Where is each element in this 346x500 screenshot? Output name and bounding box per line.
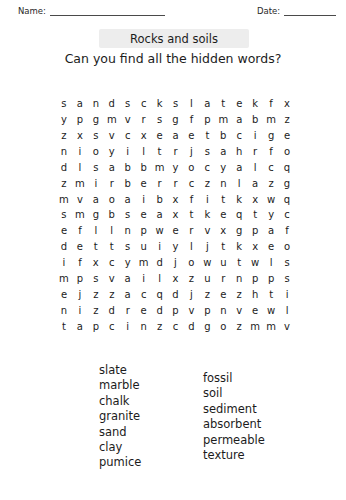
grid-cell-r15c1[interactable]: t: [56, 319, 72, 335]
grid-cell-r7c10[interactable]: i: [199, 192, 215, 208]
grid-cell-r12c9[interactable]: z: [183, 271, 199, 287]
grid-cell-r9c7[interactable]: w: [152, 223, 168, 239]
grid-cell-r11c15[interactable]: s: [279, 255, 295, 271]
grid-cell-r3c3[interactable]: s: [88, 128, 104, 144]
grid-cell-r11c11[interactable]: u: [215, 255, 231, 271]
grid-cell-r12c12[interactable]: n: [231, 271, 247, 287]
grid-cell-r2c12[interactable]: a: [231, 112, 247, 128]
worksheet-page: Name: Date: Rocks and soils Can you find…: [0, 0, 346, 500]
grid-cell-r10c13[interactable]: x: [247, 239, 263, 255]
grid-cell-r5c7[interactable]: m: [152, 160, 168, 176]
grid-cell-r10c10[interactable]: j: [199, 239, 215, 255]
grid-cell-r3c7[interactable]: e: [152, 128, 168, 144]
grid-cell-r13c3[interactable]: z: [88, 287, 104, 303]
grid-cell-r4c13[interactable]: r: [247, 144, 263, 160]
grid-cell-r14c5[interactable]: r: [120, 303, 136, 319]
grid-cell-r9c9[interactable]: r: [183, 223, 199, 239]
grid-cell-r3c11[interactable]: b: [215, 128, 231, 144]
grid-cell-r2c14[interactable]: m: [263, 112, 279, 128]
grid-cell-r3c1[interactable]: z: [56, 128, 72, 144]
grid-cell-r2c11[interactable]: m: [215, 112, 231, 128]
grid-cell-r15c4[interactable]: c: [104, 319, 120, 335]
grid-cell-r1c15[interactable]: x: [279, 96, 295, 112]
grid-cell-r2c4[interactable]: m: [104, 112, 120, 128]
grid-cell-r14c2[interactable]: i: [72, 303, 88, 319]
grid-cell-r9c11[interactable]: x: [215, 223, 231, 239]
grid-cell-r2c5[interactable]: v: [120, 112, 136, 128]
grid-cell-r11c9[interactable]: o: [183, 255, 199, 271]
word-item-clay: clay: [99, 440, 141, 455]
grid-cell-r10c4[interactable]: t: [104, 239, 120, 255]
grid-cell-r14c10[interactable]: p: [199, 303, 215, 319]
grid-cell-r6c6[interactable]: e: [136, 176, 152, 192]
grid-cell-r3c6[interactable]: x: [136, 128, 152, 144]
grid-cell-r14c4[interactable]: d: [104, 303, 120, 319]
grid-cell-r4c10[interactable]: s: [199, 144, 215, 160]
grid-cell-r7c1[interactable]: m: [56, 192, 72, 208]
grid-cell-r6c10[interactable]: z: [199, 176, 215, 192]
word-item-granite: granite: [99, 409, 141, 424]
grid-cell-r1c5[interactable]: s: [120, 96, 136, 112]
grid-cell-r7c5[interactable]: a: [120, 192, 136, 208]
grid-cell-r15c3[interactable]: p: [88, 319, 104, 335]
grid-cell-r15c7[interactable]: z: [152, 319, 168, 335]
word-item-texture: texture: [203, 448, 265, 463]
word-list-left: slatemarblechalkgranitesandclaypumice: [99, 363, 141, 471]
grid-cell-r5c13[interactable]: l: [247, 160, 263, 176]
grid-cell-r7c15[interactable]: q: [279, 192, 295, 208]
grid-cell-r11c4[interactable]: c: [104, 255, 120, 271]
name-label: Name:: [18, 6, 46, 16]
grid-cell-r13c6[interactable]: c: [136, 287, 152, 303]
grid-cell-r2c8[interactable]: g: [168, 112, 184, 128]
grid-cell-r11c8[interactable]: j: [168, 255, 184, 271]
grid-cell-r2c6[interactable]: r: [136, 112, 152, 128]
grid-cell-r2c13[interactable]: b: [247, 112, 263, 128]
grid-cell-r2c1[interactable]: y: [56, 112, 72, 128]
grid-cell-r8c10[interactable]: k: [199, 208, 215, 224]
grid-cell-r9c3[interactable]: l: [88, 223, 104, 239]
grid-cell-r1c9[interactable]: l: [183, 96, 199, 112]
grid-cell-r5c5[interactable]: b: [120, 160, 136, 176]
name-field: Name:: [18, 6, 165, 16]
grid-cell-r12c7[interactable]: l: [152, 271, 168, 287]
grid-cell-r10c12[interactable]: k: [231, 239, 247, 255]
grid-cell-r3c12[interactable]: c: [231, 128, 247, 144]
grid-cell-r1c12[interactable]: e: [231, 96, 247, 112]
grid-cell-r3c10[interactable]: t: [199, 128, 215, 144]
grid-cell-r6c9[interactable]: c: [183, 176, 199, 192]
grid-cell-r9c13[interactable]: p: [247, 223, 263, 239]
grid-cell-r4c5[interactable]: i: [120, 144, 136, 160]
grid-cell-r8c14[interactable]: y: [263, 208, 279, 224]
grid-cell-r12c6[interactable]: i: [136, 271, 152, 287]
grid-cell-r11c2[interactable]: f: [72, 255, 88, 271]
grid-cell-r13c12[interactable]: z: [231, 287, 247, 303]
name-fill-line[interactable]: [50, 7, 165, 16]
grid-cell-r5c4[interactable]: a: [104, 160, 120, 176]
grid-cell-r7c2[interactable]: v: [72, 192, 88, 208]
grid-cell-r13c8[interactable]: d: [168, 287, 184, 303]
grid-cell-r10c14[interactable]: e: [263, 239, 279, 255]
grid-cell-r13c7[interactable]: q: [152, 287, 168, 303]
grid-cell-r1c1[interactable]: s: [56, 96, 72, 112]
grid-cell-r15c10[interactable]: g: [199, 319, 215, 335]
grid-cell-r6c15[interactable]: g: [279, 176, 295, 192]
grid-cell-r14c15[interactable]: l: [279, 303, 295, 319]
grid-cell-r1c4[interactable]: d: [104, 96, 120, 112]
grid-cell-r12c4[interactable]: v: [104, 271, 120, 287]
grid-cell-r8c11[interactable]: e: [215, 208, 231, 224]
grid-cell-r8c1[interactable]: s: [56, 208, 72, 224]
grid-cell-r5c3[interactable]: s: [88, 160, 104, 176]
grid-cell-r2c15[interactable]: z: [279, 112, 295, 128]
grid-cell-r1c11[interactable]: t: [215, 96, 231, 112]
grid-cell-r4c15[interactable]: o: [279, 144, 295, 160]
page-title: Rocks and soils: [130, 32, 218, 46]
grid-cell-r9c6[interactable]: p: [136, 223, 152, 239]
grid-cell-r3c9[interactable]: e: [183, 128, 199, 144]
word-list-right: fossilsoilsedimentabsorbentpermeabletext…: [203, 371, 265, 463]
grid-cell-r4c2[interactable]: i: [72, 144, 88, 160]
grid-cell-r9c4[interactable]: l: [104, 223, 120, 239]
grid-cell-r6c5[interactable]: b: [120, 176, 136, 192]
subtitle: Can you find all the hidden words?: [0, 51, 346, 66]
grid-cell-r5c10[interactable]: c: [199, 160, 215, 176]
grid-cell-r12c14[interactable]: p: [263, 271, 279, 287]
grid-cell-r7c6[interactable]: i: [136, 192, 152, 208]
grid-cell-r6c11[interactable]: n: [215, 176, 231, 192]
grid-cell-r15c12[interactable]: z: [231, 319, 247, 335]
grid-cell-r7c11[interactable]: t: [215, 192, 231, 208]
grid-cell-r10c9[interactable]: l: [183, 239, 199, 255]
grid-cell-r12c1[interactable]: m: [56, 271, 72, 287]
grid-cell-r6c1[interactable]: z: [56, 176, 72, 192]
grid-cell-r8c15[interactable]: c: [279, 208, 295, 224]
grid-cell-r1c10[interactable]: a: [199, 96, 215, 112]
grid-cell-r8c9[interactable]: t: [183, 208, 199, 224]
grid-cell-r13c11[interactable]: e: [215, 287, 231, 303]
grid-cell-r11c10[interactable]: w: [199, 255, 215, 271]
grid-cell-r5c8[interactable]: y: [168, 160, 184, 176]
grid-cell-r5c14[interactable]: c: [263, 160, 279, 176]
grid-cell-r3c13[interactable]: i: [247, 128, 263, 144]
grid-cell-r7c13[interactable]: x: [247, 192, 263, 208]
grid-cell-r14c14[interactable]: w: [263, 303, 279, 319]
grid-cell-r10c1[interactable]: d: [56, 239, 72, 255]
grid-cell-r6c2[interactable]: m: [72, 176, 88, 192]
grid-cell-r10c3[interactable]: t: [88, 239, 104, 255]
grid-cell-r4c9[interactable]: j: [183, 144, 199, 160]
grid-cell-r14c3[interactable]: z: [88, 303, 104, 319]
grid-cell-r1c2[interactable]: a: [72, 96, 88, 112]
grid-cell-r13c5[interactable]: a: [120, 287, 136, 303]
grid-cell-r8c5[interactable]: s: [120, 208, 136, 224]
grid-cell-r10c6[interactable]: u: [136, 239, 152, 255]
grid-cell-r15c11[interactable]: o: [215, 319, 231, 335]
grid-cell-r12c11[interactable]: r: [215, 271, 231, 287]
grid-cell-r15c13[interactable]: m: [247, 319, 263, 335]
word-item-permeable: permeable: [203, 433, 265, 448]
word-search-grid[interactable]: sandsckslatekfxypgmvrsgfpmabmzzxsvcxeaet…: [56, 96, 295, 335]
grid-cell-r14c12[interactable]: v: [231, 303, 247, 319]
grid-cell-r1c7[interactable]: k: [152, 96, 168, 112]
grid-cell-r2c7[interactable]: s: [152, 112, 168, 128]
grid-cell-r10c15[interactable]: o: [279, 239, 295, 255]
grid-cell-r14c8[interactable]: p: [168, 303, 184, 319]
word-item-sand: sand: [99, 425, 141, 440]
grid-cell-r4c7[interactable]: t: [152, 144, 168, 160]
grid-cell-r3c14[interactable]: g: [263, 128, 279, 144]
grid-cell-r5c6[interactable]: b: [136, 160, 152, 176]
grid-cell-r9c1[interactable]: e: [56, 223, 72, 239]
grid-cell-r6c3[interactable]: i: [88, 176, 104, 192]
grid-cell-r9c15[interactable]: f: [279, 223, 295, 239]
grid-cell-r10c8[interactable]: y: [168, 239, 184, 255]
grid-cell-r9c10[interactable]: v: [199, 223, 215, 239]
grid-cell-r15c2[interactable]: a: [72, 319, 88, 335]
grid-cell-r5c9[interactable]: o: [183, 160, 199, 176]
grid-cell-r15c6[interactable]: n: [136, 319, 152, 335]
grid-cell-r6c7[interactable]: r: [152, 176, 168, 192]
grid-cell-r5c1[interactable]: d: [56, 160, 72, 176]
grid-cell-r13c13[interactable]: h: [247, 287, 263, 303]
grid-cell-r2c9[interactable]: f: [183, 112, 199, 128]
grid-cell-r15c5[interactable]: i: [120, 319, 136, 335]
grid-cell-r12c5[interactable]: a: [120, 271, 136, 287]
word-item-marble: marble: [99, 378, 141, 393]
word-item-slate: slate: [99, 363, 141, 378]
grid-cell-r4c1[interactable]: n: [56, 144, 72, 160]
grid-cell-r1c8[interactable]: s: [168, 96, 184, 112]
grid-cell-r7c8[interactable]: x: [168, 192, 184, 208]
grid-cell-r8c2[interactable]: m: [72, 208, 88, 224]
grid-cell-r12c2[interactable]: p: [72, 271, 88, 287]
grid-cell-r8c12[interactable]: q: [231, 208, 247, 224]
grid-cell-r14c6[interactable]: e: [136, 303, 152, 319]
word-item-chalk: chalk: [99, 394, 141, 409]
grid-cell-r13c2[interactable]: j: [72, 287, 88, 303]
grid-cell-r1c3[interactable]: n: [88, 96, 104, 112]
grid-cell-r9c8[interactable]: e: [168, 223, 184, 239]
grid-cell-r3c4[interactable]: v: [104, 128, 120, 144]
date-label: Date:: [257, 6, 280, 16]
grid-cell-r6c12[interactable]: l: [231, 176, 247, 192]
grid-cell-r13c9[interactable]: j: [183, 287, 199, 303]
grid-cell-r13c4[interactable]: z: [104, 287, 120, 303]
grid-cell-r7c14[interactable]: w: [263, 192, 279, 208]
grid-cell-r11c6[interactable]: m: [136, 255, 152, 271]
grid-cell-r4c6[interactable]: l: [136, 144, 152, 160]
grid-cell-r2c3[interactable]: g: [88, 112, 104, 128]
grid-cell-r6c4[interactable]: r: [104, 176, 120, 192]
grid-cell-r10c7[interactable]: i: [152, 239, 168, 255]
grid-cell-r5c11[interactable]: y: [215, 160, 231, 176]
date-field: Date:: [257, 6, 336, 16]
grid-cell-r11c14[interactable]: l: [263, 255, 279, 271]
grid-cell-r10c2[interactable]: e: [72, 239, 88, 255]
grid-cell-r14c7[interactable]: d: [152, 303, 168, 319]
grid-cell-r13c15[interactable]: i: [279, 287, 295, 303]
grid-cell-r8c13[interactable]: t: [247, 208, 263, 224]
grid-cell-r7c9[interactable]: f: [183, 192, 199, 208]
grid-cell-r11c1[interactable]: i: [56, 255, 72, 271]
grid-cell-r2c2[interactable]: p: [72, 112, 88, 128]
grid-cell-r9c14[interactable]: a: [263, 223, 279, 239]
grid-cell-r14c11[interactable]: n: [215, 303, 231, 319]
word-item-pumice: pumice: [99, 455, 141, 470]
word-item-soil: soil: [203, 386, 265, 401]
grid-cell-r8c4[interactable]: b: [104, 208, 120, 224]
grid-cell-r4c12[interactable]: h: [231, 144, 247, 160]
grid-cell-r11c13[interactable]: w: [247, 255, 263, 271]
grid-cell-r8c3[interactable]: g: [88, 208, 104, 224]
grid-cell-r3c2[interactable]: x: [72, 128, 88, 144]
grid-cell-r5c2[interactable]: l: [72, 160, 88, 176]
grid-cell-r5c15[interactable]: q: [279, 160, 295, 176]
grid-cell-r13c1[interactable]: e: [56, 287, 72, 303]
grid-cell-r15c15[interactable]: v: [279, 319, 295, 335]
grid-cell-r1c13[interactable]: k: [247, 96, 263, 112]
grid-cell-r12c3[interactable]: s: [88, 271, 104, 287]
grid-cell-r15c8[interactable]: c: [168, 319, 184, 335]
title-badge: Rocks and soils: [99, 29, 249, 48]
grid-cell-r14c13[interactable]: e: [247, 303, 263, 319]
grid-cell-r8c6[interactable]: e: [136, 208, 152, 224]
grid-cell-r1c14[interactable]: f: [263, 96, 279, 112]
date-fill-line[interactable]: [284, 7, 336, 16]
grid-cell-r4c8[interactable]: r: [168, 144, 184, 160]
grid-cell-r8c7[interactable]: a: [152, 208, 168, 224]
grid-cell-r6c8[interactable]: r: [168, 176, 184, 192]
word-item-sediment: sediment: [203, 402, 265, 417]
grid-cell-r6c13[interactable]: a: [247, 176, 263, 192]
grid-cell-r4c4[interactable]: y: [104, 144, 120, 160]
grid-cell-r7c4[interactable]: o: [104, 192, 120, 208]
grid-cell-r6c14[interactable]: z: [263, 176, 279, 192]
word-item-absorbent: absorbent: [203, 417, 265, 432]
word-item-fossil: fossil: [203, 371, 265, 386]
grid-cell-r9c12[interactable]: g: [231, 223, 247, 239]
grid-cell-r7c3[interactable]: a: [88, 192, 104, 208]
grid-cell-r4c3[interactable]: o: [88, 144, 104, 160]
grid-cell-r14c1[interactable]: n: [56, 303, 72, 319]
grid-cell-r10c5[interactable]: s: [120, 239, 136, 255]
grid-cell-r3c8[interactable]: a: [168, 128, 184, 144]
grid-cell-r11c12[interactable]: t: [231, 255, 247, 271]
grid-cell-r8c8[interactable]: x: [168, 208, 184, 224]
grid-cell-r11c3[interactable]: x: [88, 255, 104, 271]
grid-cell-r12c10[interactable]: u: [199, 271, 215, 287]
grid-cell-r13c14[interactable]: t: [263, 287, 279, 303]
grid-cell-r5c12[interactable]: a: [231, 160, 247, 176]
grid-cell-r12c8[interactable]: x: [168, 271, 184, 287]
grid-cell-r7c12[interactable]: k: [231, 192, 247, 208]
grid-cell-r13c10[interactable]: z: [199, 287, 215, 303]
grid-cell-r14c9[interactable]: v: [183, 303, 199, 319]
grid-cell-r3c15[interactable]: e: [279, 128, 295, 144]
grid-cell-r3c5[interactable]: c: [120, 128, 136, 144]
grid-cell-r9c5[interactable]: n: [120, 223, 136, 239]
grid-cell-r2c10[interactable]: p: [199, 112, 215, 128]
grid-cell-r15c14[interactable]: m: [263, 319, 279, 335]
grid-cell-r10c11[interactable]: t: [215, 239, 231, 255]
grid-cell-r12c13[interactable]: p: [247, 271, 263, 287]
grid-cell-r11c5[interactable]: y: [120, 255, 136, 271]
grid-cell-r4c11[interactable]: a: [215, 144, 231, 160]
grid-cell-r1c6[interactable]: c: [136, 96, 152, 112]
grid-cell-r15c9[interactable]: d: [183, 319, 199, 335]
grid-cell-r11c7[interactable]: d: [152, 255, 168, 271]
grid-cell-r9c2[interactable]: f: [72, 223, 88, 239]
grid-cell-r4c14[interactable]: f: [263, 144, 279, 160]
grid-cell-r12c15[interactable]: s: [279, 271, 295, 287]
grid-cell-r7c7[interactable]: b: [152, 192, 168, 208]
